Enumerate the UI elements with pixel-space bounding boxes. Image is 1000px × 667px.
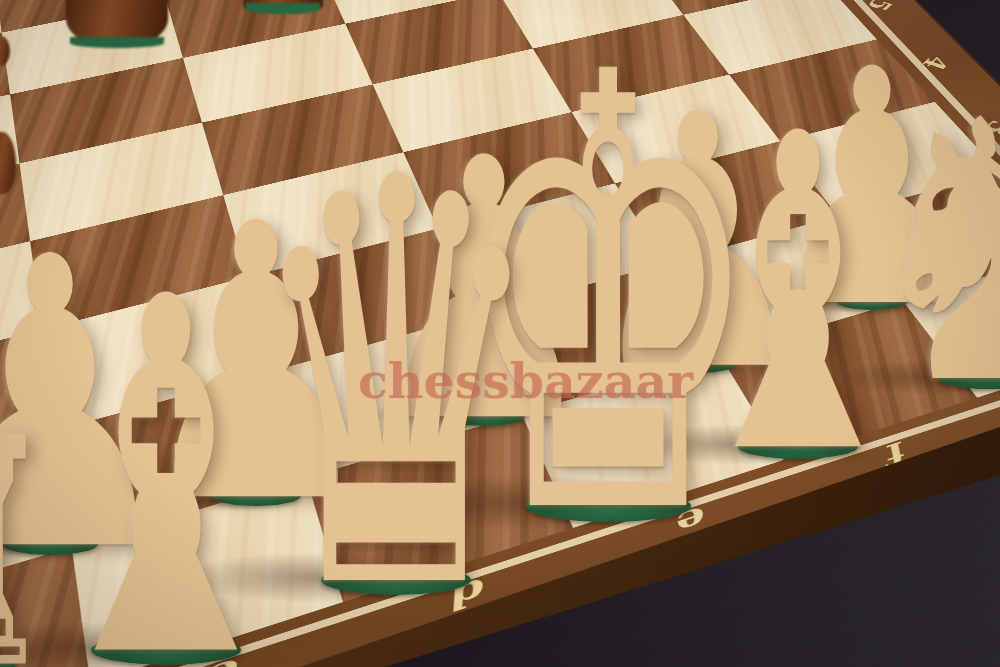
piece-felt-base [321, 565, 471, 595]
piece-felt-base [836, 292, 908, 310]
watermark-text: chessbazaar [358, 352, 693, 410]
rank-label-4: 4 [914, 54, 960, 70]
rank-label-3: 3 [976, 118, 1000, 136]
piece-felt-base [70, 37, 164, 48]
piece-felt-base [526, 490, 691, 522]
piece-felt-base [91, 635, 241, 665]
chess-board: hgfedcba12345678 [0, 0, 1000, 667]
black-piece-base-c7 [243, 0, 323, 14]
black-piece-base-b7 [66, 0, 168, 48]
board-grid [0, 0, 1000, 667]
scene-background: hgfedcba12345678 ♜♟♝♟♛♟♚♟♝♟♞ chessbazaar [0, 0, 1000, 667]
piece-felt-base [738, 433, 858, 458]
piece-felt-base [2, 533, 98, 554]
rank-label-5: 5 [859, 0, 902, 11]
piece-felt-base [211, 486, 301, 506]
piece-felt-base [246, 3, 320, 14]
